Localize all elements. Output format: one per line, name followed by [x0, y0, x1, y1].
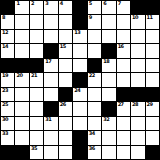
- crossword-cell[interactable]: [117, 30, 130, 43]
- clue-number: 21: [31, 73, 37, 78]
- crossword-cell[interactable]: 1: [15, 1, 28, 14]
- crossword-cell[interactable]: 10: [131, 15, 144, 28]
- clue-number: 16: [118, 44, 124, 49]
- crossword-cell[interactable]: 8: [1, 15, 14, 28]
- crossword-cell[interactable]: 16: [117, 44, 130, 57]
- crossword-cell[interactable]: 9: [88, 15, 101, 28]
- crossword-cell[interactable]: [59, 30, 72, 43]
- crossword-cell[interactable]: 2: [30, 1, 43, 14]
- crossword-cell[interactable]: [88, 30, 101, 43]
- crossword-cell[interactable]: [30, 131, 43, 144]
- crossword-cell[interactable]: [59, 59, 72, 72]
- crossword-cell[interactable]: [15, 30, 28, 43]
- crossword-cell[interactable]: [44, 146, 57, 159]
- crossword-cell[interactable]: [59, 15, 72, 28]
- block-cell: [102, 102, 115, 115]
- clue-number: 31: [45, 117, 51, 122]
- block-cell: [102, 44, 115, 57]
- crossword-cell[interactable]: 28: [131, 102, 144, 115]
- crossword-board: 1234567891011121314151617181920212223242…: [0, 0, 160, 160]
- crossword-cell[interactable]: 25: [1, 102, 14, 115]
- crossword-cell[interactable]: [146, 131, 159, 144]
- block-cell: [73, 146, 86, 159]
- crossword-cell[interactable]: 14: [1, 44, 14, 57]
- clue-number: 6: [103, 1, 106, 6]
- block-cell: [146, 88, 159, 101]
- block-cell: [73, 131, 86, 144]
- crossword-cell[interactable]: [30, 88, 43, 101]
- crossword-cell[interactable]: [44, 73, 57, 86]
- crossword-cell[interactable]: 3: [44, 1, 57, 14]
- clue-number: 20: [16, 73, 22, 78]
- crossword-cell[interactable]: [15, 88, 28, 101]
- crossword-cell[interactable]: [117, 117, 130, 130]
- crossword-cell[interactable]: 13: [73, 30, 86, 43]
- crossword-cell[interactable]: [117, 15, 130, 28]
- crossword-cell[interactable]: [59, 117, 72, 130]
- block-cell: [146, 146, 159, 159]
- crossword-cell[interactable]: 23: [1, 88, 14, 101]
- crossword-cell[interactable]: [146, 73, 159, 86]
- crossword-cell[interactable]: [102, 15, 115, 28]
- crossword-cell[interactable]: 12: [1, 30, 14, 43]
- block-cell: [59, 88, 72, 101]
- crossword-cell[interactable]: [88, 44, 101, 57]
- crossword-cell[interactable]: [73, 102, 86, 115]
- crossword-cell[interactable]: [131, 59, 144, 72]
- crossword-cell[interactable]: [146, 44, 159, 57]
- clue-number: 33: [2, 131, 8, 136]
- clue-number: 26: [60, 102, 66, 107]
- block-cell: [1, 1, 14, 14]
- clue-number: 7: [118, 1, 121, 6]
- clue-number: 5: [89, 1, 92, 6]
- crossword-cell[interactable]: [44, 30, 57, 43]
- block-cell: [73, 73, 86, 86]
- crossword-cell[interactable]: [131, 73, 144, 86]
- crossword-cell[interactable]: [44, 131, 57, 144]
- crossword-cell[interactable]: 19: [1, 73, 14, 86]
- block-cell: [131, 1, 144, 14]
- crossword-cell[interactable]: [131, 30, 144, 43]
- crossword-cell[interactable]: 21: [30, 73, 43, 86]
- crossword-cell[interactable]: 15: [59, 44, 72, 57]
- clue-number: 28: [132, 102, 138, 107]
- crossword-cell[interactable]: 6: [102, 1, 115, 14]
- crossword-cell[interactable]: [15, 131, 28, 144]
- crossword-cell[interactable]: 7: [117, 1, 130, 14]
- clue-number: 25: [2, 102, 8, 107]
- clue-number: 29: [147, 102, 153, 107]
- crossword-cell[interactable]: 5: [88, 1, 101, 14]
- clue-number: 4: [60, 1, 63, 6]
- clue-number: 19: [2, 73, 8, 78]
- crossword-cell[interactable]: [117, 73, 130, 86]
- crossword-cell[interactable]: 18: [102, 59, 115, 72]
- crossword-grid: 1234567891011121314151617181920212223242…: [0, 0, 160, 160]
- crossword-cell[interactable]: [131, 131, 144, 144]
- block-cell: [15, 146, 28, 159]
- crossword-cell[interactable]: 30: [1, 117, 14, 130]
- crossword-cell[interactable]: [30, 102, 43, 115]
- crossword-cell[interactable]: [131, 117, 144, 130]
- crossword-cell[interactable]: 36: [88, 146, 101, 159]
- block-cell: [73, 1, 86, 14]
- crossword-cell[interactable]: 29: [146, 102, 159, 115]
- crossword-cell[interactable]: 32: [102, 117, 115, 130]
- block-cell: [44, 102, 57, 115]
- block-cell: [1, 146, 14, 159]
- crossword-cell[interactable]: [59, 146, 72, 159]
- crossword-cell[interactable]: [44, 15, 57, 28]
- clue-number: 24: [74, 88, 80, 93]
- crossword-cell[interactable]: [146, 30, 159, 43]
- crossword-cell[interactable]: [131, 44, 144, 57]
- crossword-cell[interactable]: [44, 88, 57, 101]
- block-cell: [146, 1, 159, 14]
- clue-number: 10: [132, 15, 138, 20]
- crossword-cell[interactable]: [102, 146, 115, 159]
- crossword-cell[interactable]: [88, 117, 101, 130]
- block-cell: [117, 88, 130, 101]
- crossword-cell[interactable]: [59, 131, 72, 144]
- crossword-cell[interactable]: [30, 30, 43, 43]
- clue-number: 36: [89, 146, 95, 151]
- crossword-cell[interactable]: [102, 73, 115, 86]
- crossword-cell[interactable]: [146, 117, 159, 130]
- clue-number: 35: [31, 146, 37, 151]
- clue-number: 22: [89, 73, 95, 78]
- crossword-cell[interactable]: 4: [59, 1, 72, 14]
- clue-number: 34: [89, 131, 95, 136]
- crossword-cell[interactable]: 31: [44, 117, 57, 130]
- block-cell: [15, 59, 28, 72]
- crossword-cell[interactable]: [15, 117, 28, 130]
- crossword-cell[interactable]: 35: [30, 146, 43, 159]
- clue-number: 17: [45, 59, 51, 64]
- crossword-cell[interactable]: [73, 59, 86, 72]
- crossword-cell[interactable]: [102, 30, 115, 43]
- clue-number: 32: [103, 117, 109, 122]
- crossword-cell[interactable]: [131, 146, 144, 159]
- clue-number: 30: [2, 117, 8, 122]
- block-cell: [30, 59, 43, 72]
- clue-number: 1: [16, 1, 19, 6]
- clue-number: 18: [103, 59, 109, 64]
- crossword-cell[interactable]: [59, 73, 72, 86]
- crossword-cell[interactable]: [30, 117, 43, 130]
- crossword-cell[interactable]: [15, 15, 28, 28]
- crossword-cell[interactable]: [15, 44, 28, 57]
- crossword-cell[interactable]: [117, 131, 130, 144]
- crossword-cell[interactable]: 20: [15, 73, 28, 86]
- clue-number: 2: [31, 1, 34, 6]
- clue-number: 11: [147, 15, 153, 20]
- crossword-cell[interactable]: [73, 44, 86, 57]
- crossword-cell[interactable]: [30, 15, 43, 28]
- clue-number: 23: [2, 88, 8, 93]
- block-cell: [1, 59, 14, 72]
- block-cell: [73, 15, 86, 28]
- crossword-cell[interactable]: 22: [88, 73, 101, 86]
- crossword-cell[interactable]: 11: [146, 15, 159, 28]
- crossword-cell[interactable]: [15, 102, 28, 115]
- crossword-cell[interactable]: [117, 146, 130, 159]
- clue-number: 8: [2, 15, 5, 20]
- block-cell: [88, 59, 101, 72]
- clue-number: 14: [2, 44, 8, 49]
- crossword-cell[interactable]: [88, 102, 101, 115]
- clue-number: 13: [74, 30, 80, 35]
- clue-number: 12: [2, 30, 8, 35]
- clue-number: 9: [89, 15, 92, 20]
- crossword-cell[interactable]: 17: [44, 59, 57, 72]
- crossword-cell[interactable]: [102, 88, 115, 101]
- crossword-cell[interactable]: [117, 59, 130, 72]
- clue-number: 15: [60, 44, 66, 49]
- crossword-cell[interactable]: 33: [1, 131, 14, 144]
- crossword-cell[interactable]: 24: [73, 88, 86, 101]
- crossword-cell[interactable]: [73, 117, 86, 130]
- crossword-cell[interactable]: [88, 88, 101, 101]
- crossword-cell[interactable]: 27: [117, 102, 130, 115]
- clue-number: 27: [118, 102, 124, 107]
- crossword-cell[interactable]: [102, 131, 115, 144]
- crossword-cell[interactable]: [30, 44, 43, 57]
- block-cell: [44, 44, 57, 57]
- crossword-cell[interactable]: 34: [88, 131, 101, 144]
- block-cell: [131, 88, 144, 101]
- crossword-cell[interactable]: 26: [59, 102, 72, 115]
- crossword-cell[interactable]: [146, 59, 159, 72]
- clue-number: 3: [45, 1, 48, 6]
